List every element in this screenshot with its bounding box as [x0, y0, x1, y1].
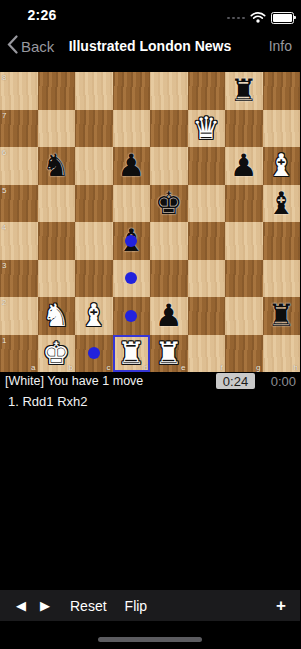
- square-a5[interactable]: 5: [0, 185, 38, 223]
- square-c2[interactable]: ♝: [75, 297, 113, 335]
- square-h3[interactable]: [263, 260, 301, 298]
- square-e7[interactable]: [150, 110, 188, 148]
- square-a7[interactable]: 7: [0, 110, 38, 148]
- reset-button[interactable]: Reset: [70, 598, 107, 614]
- square-e2[interactable]: ♟: [150, 297, 188, 335]
- square-f6[interactable]: [188, 147, 226, 185]
- square-g6[interactable]: ♟: [225, 147, 263, 185]
- battery-icon: [271, 12, 294, 24]
- game-status-line: [White] You have 1 move 0:24 0:00: [0, 372, 300, 392]
- square-a1[interactable]: 1a: [0, 335, 38, 373]
- square-b2[interactable]: ♞: [38, 297, 76, 335]
- rank-label: 6: [2, 148, 6, 157]
- rank-label: 1: [2, 336, 6, 345]
- square-b3[interactable]: [38, 260, 76, 298]
- rank-label: 3: [2, 261, 6, 270]
- square-h7[interactable]: [263, 110, 301, 148]
- bottom-toolbar: ◀ ▶ Reset Flip +: [0, 590, 300, 621]
- square-d6[interactable]: ♟: [113, 147, 151, 185]
- square-b7[interactable]: [38, 110, 76, 148]
- square-e5[interactable]: ♚: [150, 185, 188, 223]
- square-b1[interactable]: ♚b: [38, 335, 76, 373]
- piece-black-king: ♚: [150, 185, 188, 223]
- square-c7[interactable]: [75, 110, 113, 148]
- square-b4[interactable]: [38, 222, 76, 260]
- square-g3[interactable]: [225, 260, 263, 298]
- rank-label: 2: [2, 298, 6, 307]
- square-g2[interactable]: [225, 297, 263, 335]
- file-label: g: [256, 363, 260, 372]
- square-h4[interactable]: [263, 222, 301, 260]
- square-f7[interactable]: ♛: [188, 110, 226, 148]
- square-f2[interactable]: [188, 297, 226, 335]
- piece-white-queen: ♛: [188, 110, 226, 148]
- square-g7[interactable]: [225, 110, 263, 148]
- square-c8[interactable]: [75, 72, 113, 110]
- square-d2[interactable]: [113, 297, 151, 335]
- status-bar-icons: [227, 9, 294, 27]
- square-d5[interactable]: [113, 185, 151, 223]
- page-title: Illustrated London News: [0, 30, 300, 62]
- turn-status-text: [White] You have 1 move: [5, 374, 143, 388]
- square-e8[interactable]: [150, 72, 188, 110]
- square-c5[interactable]: [75, 185, 113, 223]
- square-c3[interactable]: [75, 260, 113, 298]
- nav-bar: Back Illustrated London News Info: [0, 30, 300, 62]
- square-g5[interactable]: [225, 185, 263, 223]
- square-g4[interactable]: [225, 222, 263, 260]
- square-h8[interactable]: [263, 72, 301, 110]
- square-f5[interactable]: [188, 185, 226, 223]
- square-f4[interactable]: [188, 222, 226, 260]
- square-a3[interactable]: 3: [0, 260, 38, 298]
- square-h2[interactable]: ♜: [263, 297, 301, 335]
- square-d1[interactable]: ♜d: [113, 335, 151, 373]
- square-d8[interactable]: [113, 72, 151, 110]
- square-a4[interactable]: 4: [0, 222, 38, 260]
- square-f3[interactable]: [188, 260, 226, 298]
- square-b6[interactable]: ♞: [38, 147, 76, 185]
- square-g8[interactable]: ♜: [225, 72, 263, 110]
- square-a6[interactable]: 6: [0, 147, 38, 185]
- legal-move-dot: [125, 235, 137, 247]
- rank-label: 7: [2, 111, 6, 120]
- square-e4[interactable]: [150, 222, 188, 260]
- app-screen: 2:26 Back Illustrated London News Info 8…: [0, 0, 300, 649]
- piece-white-knight: ♞: [38, 297, 76, 335]
- previous-move-button[interactable]: ◀: [16, 598, 26, 613]
- next-move-button[interactable]: ▶: [40, 598, 50, 613]
- square-a2[interactable]: 2: [0, 297, 38, 335]
- status-bar: 2:26: [0, 0, 300, 30]
- legal-move-dot: [88, 347, 100, 359]
- file-label: c: [107, 363, 111, 372]
- square-d3[interactable]: [113, 260, 151, 298]
- piece-white-bishop: ♝: [263, 147, 301, 185]
- square-h6[interactable]: ♝: [263, 147, 301, 185]
- square-g1[interactable]: g: [225, 335, 263, 373]
- file-label: h: [294, 363, 298, 372]
- square-c1[interactable]: c: [75, 335, 113, 373]
- piece-black-rook: ♜: [225, 72, 263, 110]
- rank-label: 4: [2, 223, 6, 232]
- piece-black-knight: ♞: [38, 147, 76, 185]
- piece-black-pawn: ♟: [225, 147, 263, 185]
- flip-button[interactable]: Flip: [125, 598, 148, 614]
- square-c6[interactable]: [75, 147, 113, 185]
- square-f8[interactable]: [188, 72, 226, 110]
- legal-move-dot: [125, 310, 137, 322]
- file-label: f: [221, 363, 223, 372]
- white-clock: 0:24: [216, 373, 255, 389]
- rank-label: 5: [2, 186, 6, 195]
- square-h1[interactable]: h: [263, 335, 301, 373]
- square-b5[interactable]: [38, 185, 76, 223]
- piece-white-bishop: ♝: [75, 297, 113, 335]
- home-indicator[interactable]: [98, 637, 202, 642]
- chess-board: 8♜7♛6♞♟♟♝5♚♝4♝32♞♝♟♜1a♚bc♜d♜efgh: [0, 72, 300, 372]
- file-label: e: [181, 363, 185, 372]
- square-b8[interactable]: [38, 72, 76, 110]
- piece-black-pawn: ♟: [113, 147, 151, 185]
- square-d7[interactable]: [113, 110, 151, 148]
- info-button[interactable]: Info: [269, 30, 292, 62]
- square-e3[interactable]: [150, 260, 188, 298]
- add-button[interactable]: +: [276, 596, 286, 616]
- legal-move-dot: [125, 272, 137, 284]
- rank-label: 8: [2, 73, 6, 82]
- move-list: 1. Rdd1 Rxh2: [8, 394, 88, 409]
- black-clock: 0:00: [266, 373, 296, 389]
- square-e6[interactable]: [150, 147, 188, 185]
- square-f1[interactable]: f: [188, 335, 226, 373]
- file-label: a: [31, 363, 35, 372]
- piece-black-rook: ♜: [263, 297, 301, 335]
- file-label: d: [144, 363, 148, 372]
- square-c4[interactable]: [75, 222, 113, 260]
- square-d4[interactable]: ♝: [113, 222, 151, 260]
- wifi-icon: [250, 9, 266, 27]
- piece-black-bishop: ♝: [263, 185, 301, 223]
- square-h5[interactable]: ♝: [263, 185, 301, 223]
- file-label: b: [69, 363, 73, 372]
- status-bar-time: 2:26: [20, 7, 64, 23]
- cellular-signal-dots-icon: [227, 17, 245, 20]
- piece-black-pawn: ♟: [150, 297, 188, 335]
- square-a8[interactable]: 8: [0, 72, 38, 110]
- square-e1[interactable]: ♜e: [150, 335, 188, 373]
